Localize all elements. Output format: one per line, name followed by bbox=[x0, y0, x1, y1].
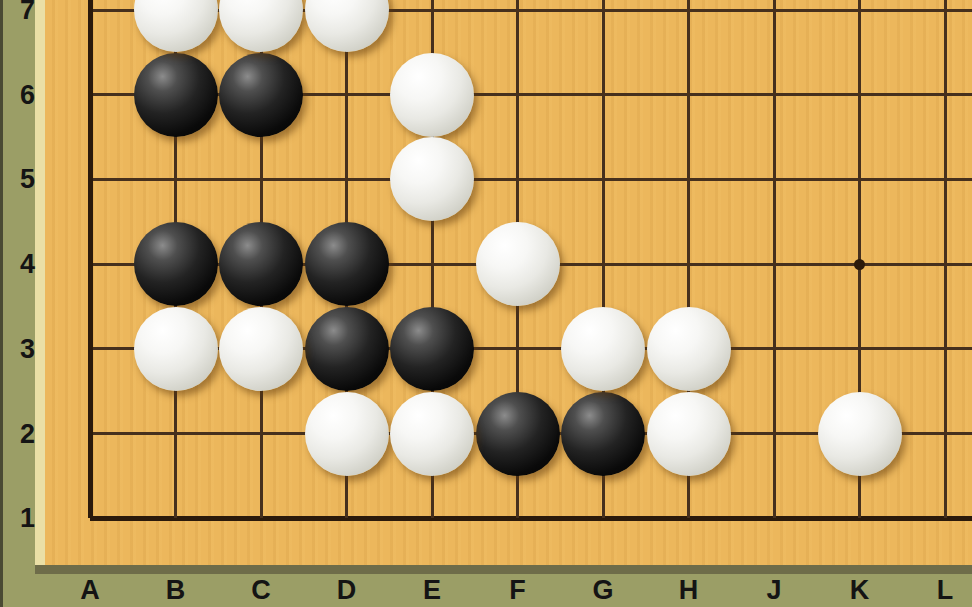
intersection-G5[interactable] bbox=[560, 137, 646, 222]
intersection-J4[interactable] bbox=[731, 222, 817, 307]
intersection-H1[interactable] bbox=[646, 476, 732, 561]
row-label-1: 1 bbox=[0, 501, 55, 535]
stone-white-E2[interactable] bbox=[390, 392, 474, 476]
stone-black-F2[interactable] bbox=[476, 392, 560, 476]
column-label-B: B bbox=[156, 574, 196, 607]
intersection-H6[interactable] bbox=[646, 52, 732, 137]
intersection-A1[interactable] bbox=[47, 476, 133, 561]
intersection-E7[interactable] bbox=[389, 0, 475, 52]
stone-black-C6[interactable] bbox=[219, 53, 303, 137]
row-label-5: 5 bbox=[0, 162, 55, 196]
intersection-D1[interactable] bbox=[304, 476, 390, 561]
column-label-L: L bbox=[925, 574, 965, 607]
intersection-G6[interactable] bbox=[560, 52, 646, 137]
intersection-K6[interactable] bbox=[817, 52, 903, 137]
intersection-C1[interactable] bbox=[218, 476, 304, 561]
column-labels-strip bbox=[0, 574, 972, 607]
intersection-B2[interactable] bbox=[133, 391, 219, 476]
stone-white-E5[interactable] bbox=[390, 137, 474, 221]
intersection-L7[interactable] bbox=[902, 0, 972, 52]
intersection-G4[interactable] bbox=[560, 222, 646, 307]
column-label-E: E bbox=[412, 574, 452, 607]
intersection-L5[interactable] bbox=[902, 137, 972, 222]
intersection-H5[interactable] bbox=[646, 137, 732, 222]
intersection-H4[interactable] bbox=[646, 222, 732, 307]
intersection-L2[interactable] bbox=[902, 391, 972, 476]
stone-white-D2[interactable] bbox=[305, 392, 389, 476]
stone-white-C3[interactable] bbox=[219, 307, 303, 391]
column-label-J: J bbox=[754, 574, 794, 607]
intersection-G7[interactable] bbox=[560, 0, 646, 52]
intersection-A4[interactable] bbox=[47, 222, 133, 307]
column-label-D: D bbox=[327, 574, 367, 607]
column-label-C: C bbox=[241, 574, 281, 607]
stone-black-D4[interactable] bbox=[305, 222, 389, 306]
row-label-2: 2 bbox=[0, 417, 55, 451]
stone-black-B6[interactable] bbox=[134, 53, 218, 137]
intersection-J6[interactable] bbox=[731, 52, 817, 137]
intersection-B1[interactable] bbox=[133, 476, 219, 561]
intersection-K3[interactable] bbox=[817, 306, 903, 391]
intersection-J2[interactable] bbox=[731, 391, 817, 476]
go-app-screenshot: 7654321 ABCDEFGHJKL bbox=[0, 0, 972, 607]
intersection-F7[interactable] bbox=[475, 0, 561, 52]
stone-black-C4[interactable] bbox=[219, 222, 303, 306]
intersection-J5[interactable] bbox=[731, 137, 817, 222]
intersection-A6[interactable] bbox=[47, 52, 133, 137]
intersection-C5[interactable] bbox=[218, 137, 304, 222]
intersection-J1[interactable] bbox=[731, 476, 817, 561]
intersection-F6[interactable] bbox=[475, 52, 561, 137]
intersection-A5[interactable] bbox=[47, 137, 133, 222]
column-label-F: F bbox=[498, 574, 538, 607]
board-bottom-shadow bbox=[35, 565, 972, 574]
row-label-6: 6 bbox=[0, 78, 55, 112]
intersection-L4[interactable] bbox=[902, 222, 972, 307]
intersection-A3[interactable] bbox=[47, 306, 133, 391]
intersection-D5[interactable] bbox=[304, 137, 390, 222]
intersection-F3[interactable] bbox=[475, 306, 561, 391]
intersection-B5[interactable] bbox=[133, 137, 219, 222]
column-label-K: K bbox=[840, 574, 880, 607]
stone-black-G2[interactable] bbox=[561, 392, 645, 476]
intersection-J7[interactable] bbox=[731, 0, 817, 52]
intersection-K1[interactable] bbox=[817, 476, 903, 561]
intersection-E1[interactable] bbox=[389, 476, 475, 561]
intersection-D6[interactable] bbox=[304, 52, 390, 137]
intersection-J3[interactable] bbox=[731, 306, 817, 391]
column-label-G: G bbox=[583, 574, 623, 607]
intersection-L3[interactable] bbox=[902, 306, 972, 391]
column-label-H: H bbox=[669, 574, 709, 607]
stone-white-H2[interactable] bbox=[647, 392, 731, 476]
intersection-K5[interactable] bbox=[817, 137, 903, 222]
intersection-A2[interactable] bbox=[47, 391, 133, 476]
intersection-E4[interactable] bbox=[389, 222, 475, 307]
stone-white-F4[interactable] bbox=[476, 222, 560, 306]
stone-white-G3[interactable] bbox=[561, 307, 645, 391]
stone-black-B4[interactable] bbox=[134, 222, 218, 306]
stone-white-H3[interactable] bbox=[647, 307, 731, 391]
intersection-F5[interactable] bbox=[475, 137, 561, 222]
star-point-K4 bbox=[854, 259, 865, 270]
row-label-4: 4 bbox=[0, 247, 55, 281]
stone-black-E3[interactable] bbox=[390, 307, 474, 391]
stone-white-E6[interactable] bbox=[390, 53, 474, 137]
column-label-A: A bbox=[70, 574, 110, 607]
intersection-F1[interactable] bbox=[475, 476, 561, 561]
row-label-7: 7 bbox=[0, 0, 55, 27]
intersection-K7[interactable] bbox=[817, 0, 903, 52]
intersection-G1[interactable] bbox=[560, 476, 646, 561]
stone-black-D3[interactable] bbox=[305, 307, 389, 391]
intersection-L6[interactable] bbox=[902, 52, 972, 137]
intersection-A7[interactable] bbox=[47, 0, 133, 52]
row-label-3: 3 bbox=[0, 332, 55, 366]
intersection-C2[interactable] bbox=[218, 391, 304, 476]
intersection-H7[interactable] bbox=[646, 0, 732, 52]
stone-white-K2[interactable] bbox=[818, 392, 902, 476]
intersection-L1[interactable] bbox=[902, 476, 972, 561]
stone-white-B3[interactable] bbox=[134, 307, 218, 391]
